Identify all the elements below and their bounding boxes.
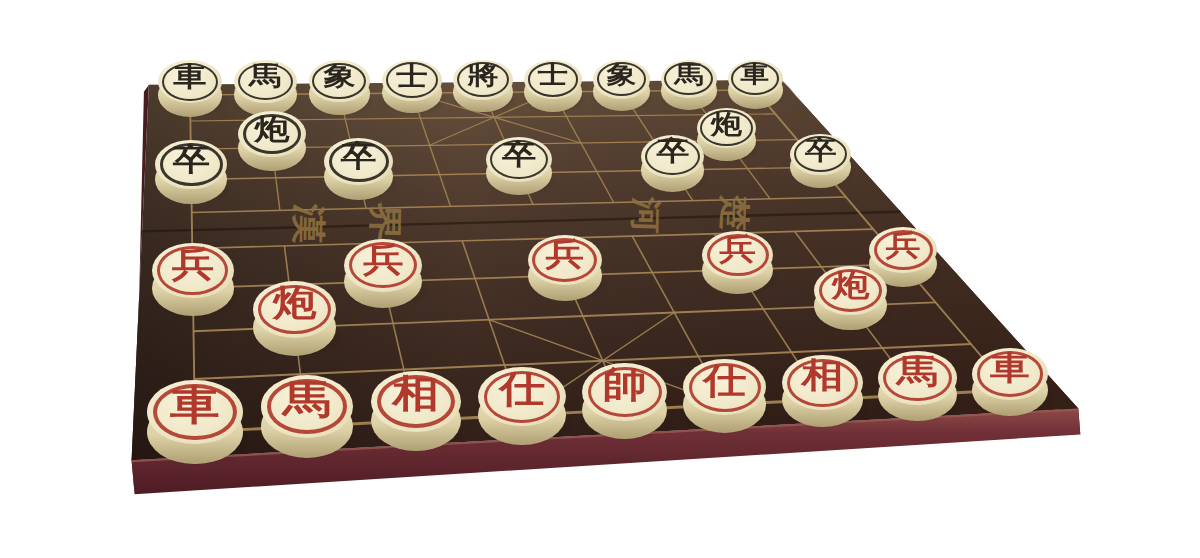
piece-face: 車 <box>972 348 1049 400</box>
piece-red-advisor[interactable]: 仕 <box>683 359 766 433</box>
piece-glyph: 車 <box>158 63 222 90</box>
piece-glyph: 馬 <box>878 355 957 389</box>
piece-face: 卒 <box>641 135 704 178</box>
piece-glyph: 仕 <box>683 363 766 398</box>
piece-black-general[interactable]: 將 <box>453 60 512 113</box>
piece-glyph: 兵 <box>702 234 773 264</box>
piece-glyph: 馬 <box>661 62 717 86</box>
piece-red-elephant[interactable]: 相 <box>782 355 863 427</box>
piece-glyph: 士 <box>382 63 442 89</box>
piece-face: 兵 <box>344 239 422 292</box>
piece-glyph: 象 <box>309 63 371 89</box>
piece-glyph: 炮 <box>814 269 886 300</box>
piece-face: 卒 <box>486 137 552 182</box>
piece-glyph: 相 <box>782 359 863 393</box>
piece-face: 車 <box>147 380 242 445</box>
piece-glyph: 卒 <box>324 142 393 171</box>
piece-red-soldier[interactable]: 兵 <box>344 239 422 309</box>
piece-red-cannon[interactable]: 炮 <box>253 281 337 356</box>
piece-face: 兵 <box>702 231 773 279</box>
piece-black-elephant[interactable]: 象 <box>593 60 650 111</box>
piece-glyph: 卒 <box>641 138 704 165</box>
piece-red-elephant[interactable]: 相 <box>371 371 461 451</box>
piece-glyph: 兵 <box>152 247 234 282</box>
piece-black-soldier[interactable]: 卒 <box>486 137 552 196</box>
piece-black-cannon[interactable]: 炮 <box>697 108 757 161</box>
piece-face: 馬 <box>661 60 717 98</box>
piece-red-soldier[interactable]: 兵 <box>528 235 602 301</box>
piece-black-horse[interactable]: 馬 <box>661 60 717 110</box>
piece-glyph: 卒 <box>486 140 552 168</box>
piece-face: 象 <box>593 60 650 99</box>
piece-glyph: 馬 <box>234 63 297 90</box>
piece-glyph: 卒 <box>790 137 851 163</box>
piece-red-chariot[interactable]: 車 <box>147 380 242 465</box>
piece-black-soldier[interactable]: 卒 <box>155 140 227 204</box>
piece-face: 帥 <box>582 363 667 421</box>
piece-face: 象 <box>309 60 371 102</box>
piece-glyph: 車 <box>147 384 242 425</box>
piece-face: 士 <box>382 60 442 101</box>
piece-red-horse[interactable]: 馬 <box>261 375 354 458</box>
piece-glyph: 卒 <box>155 143 227 174</box>
piece-glyph: 相 <box>371 375 461 413</box>
piece-glyph: 車 <box>972 351 1049 384</box>
piece-black-chariot[interactable]: 車 <box>158 60 222 117</box>
piece-black-advisor[interactable]: 士 <box>382 60 442 114</box>
piece-red-general[interactable]: 帥 <box>582 363 667 439</box>
piece-face: 炮 <box>814 266 886 315</box>
piece-face: 馬 <box>261 375 354 438</box>
piece-black-soldier[interactable]: 卒 <box>790 134 851 188</box>
piece-face: 相 <box>371 371 461 432</box>
piece-red-chariot[interactable]: 車 <box>972 348 1049 416</box>
piece-face: 馬 <box>234 60 297 103</box>
piece-red-cannon[interactable]: 炮 <box>814 266 886 330</box>
piece-face: 相 <box>782 355 863 410</box>
piece-red-advisor[interactable]: 仕 <box>478 367 566 445</box>
piece-red-horse[interactable]: 馬 <box>878 351 957 421</box>
piece-glyph: 車 <box>728 62 783 85</box>
piece-face: 仕 <box>683 359 766 415</box>
piece-face: 兵 <box>528 235 602 286</box>
piece-face: 炮 <box>253 281 337 338</box>
piece-glyph: 兵 <box>869 230 937 259</box>
piece-glyph: 兵 <box>528 238 602 270</box>
piece-glyph: 將 <box>453 63 512 88</box>
xiangqi-board-photo: 漢界河楚 車馬象士將士象馬車炮炮卒卒卒卒卒兵兵兵兵兵炮炮車馬相仕帥仕相馬車 <box>0 0 1200 558</box>
piece-red-soldier[interactable]: 兵 <box>702 231 773 294</box>
piece-glyph: 炮 <box>253 285 337 321</box>
piece-face: 卒 <box>324 138 393 185</box>
piece-face: 馬 <box>878 351 957 405</box>
pieces-layer: 車馬象士將士象馬車炮炮卒卒卒卒卒兵兵兵兵兵炮炮車馬相仕帥仕相馬車 <box>0 0 1200 558</box>
piece-black-horse[interactable]: 馬 <box>234 60 297 116</box>
piece-face: 車 <box>158 60 222 103</box>
piece-black-elephant[interactable]: 象 <box>309 60 371 115</box>
piece-glyph: 兵 <box>344 242 422 275</box>
piece-face: 炮 <box>238 111 306 157</box>
piece-glyph: 仕 <box>478 371 566 408</box>
piece-face: 卒 <box>790 134 851 175</box>
piece-black-chariot[interactable]: 車 <box>728 60 783 109</box>
piece-black-soldier[interactable]: 卒 <box>641 135 704 191</box>
piece-face: 卒 <box>155 140 227 189</box>
piece-glyph: 象 <box>593 62 650 86</box>
piece-black-advisor[interactable]: 士 <box>524 60 582 112</box>
piece-face: 士 <box>524 60 582 100</box>
piece-face: 炮 <box>697 108 757 149</box>
piece-black-soldier[interactable]: 卒 <box>324 138 393 199</box>
piece-red-soldier[interactable]: 兵 <box>152 243 234 316</box>
piece-glyph: 士 <box>524 63 582 88</box>
piece-glyph: 炮 <box>697 110 757 135</box>
piece-black-cannon[interactable]: 炮 <box>238 111 306 171</box>
piece-face: 仕 <box>478 367 566 427</box>
piece-glyph: 馬 <box>261 380 354 419</box>
piece-glyph: 帥 <box>582 367 667 403</box>
piece-glyph: 炮 <box>238 114 306 143</box>
piece-face: 兵 <box>152 243 234 299</box>
